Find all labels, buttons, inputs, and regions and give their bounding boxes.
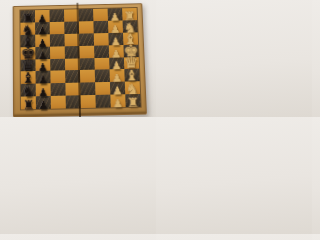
square-r5-c7[interactable]: ♝	[124, 69, 139, 82]
folding-chess-board: ♜♟♟♜♞♟♟♞♝♟♟♝♚♟♟♚♛♟♟♛♝♟♟♝♞♟♟♞♜♟♟♜	[13, 3, 147, 117]
piece-black-pawn[interactable]: ♟	[38, 26, 48, 37]
square-r0-c4[interactable]	[79, 9, 94, 21]
square-r7-c5[interactable]	[95, 95, 110, 108]
piece-black-pawn[interactable]: ♟	[38, 62, 48, 73]
square-r0-c2[interactable]	[49, 10, 64, 22]
square-r0-c5[interactable]	[93, 9, 108, 21]
piece-black-pawn[interactable]: ♟	[38, 87, 48, 98]
photo-scene: ♜♟♟♜♞♟♟♞♝♟♟♝♚♟♟♚♛♟♟♛♝♟♟♝♞♟♟♞♜♟♟♜ Overhea…	[0, 0, 156, 117]
piece-white-rook[interactable]: ♜	[127, 96, 139, 109]
square-r6-c4[interactable]	[80, 82, 95, 95]
board-frame: ♜♟♟♜♞♟♟♞♝♟♟♝♚♟♟♚♛♟♟♛♝♟♟♝♞♟♟♞♜♟♟♜	[13, 3, 147, 117]
piece-white-pawn[interactable]: ♟	[111, 48, 121, 59]
square-r2-c5[interactable]	[94, 33, 109, 46]
square-r7-c4[interactable]	[81, 95, 96, 108]
piece-black-pawn[interactable]: ♟	[38, 50, 48, 61]
piece-white-pawn[interactable]: ♟	[112, 61, 122, 72]
square-r7-c0[interactable]: ♜	[21, 96, 36, 109]
square-r0-c7[interactable]: ♜	[122, 8, 137, 20]
square-r3-c5[interactable]	[94, 45, 109, 58]
piece-white-pawn[interactable]: ♟	[110, 12, 120, 23]
square-r5-c4[interactable]	[80, 70, 95, 83]
square-r4-c5[interactable]	[94, 57, 109, 70]
square-r6-c5[interactable]	[95, 82, 110, 95]
square-r1-c5[interactable]	[93, 21, 108, 33]
piece-white-pawn[interactable]: ♟	[113, 98, 123, 109]
square-r1-c4[interactable]	[79, 21, 94, 33]
square-r6-c7[interactable]: ♞	[125, 81, 140, 94]
piece-white-pawn[interactable]: ♟	[112, 73, 122, 84]
square-r1-c2[interactable]	[50, 22, 65, 34]
square-r6-c2[interactable]	[51, 83, 66, 96]
square-r3-c4[interactable]	[79, 45, 94, 58]
piece-black-pawn[interactable]: ♟	[38, 100, 48, 111]
square-r7-c2[interactable]	[51, 96, 66, 109]
square-r4-c2[interactable]	[50, 58, 65, 71]
piece-black-pawn[interactable]: ♟	[38, 38, 48, 49]
square-r4-c4[interactable]	[80, 58, 95, 71]
square-r0-c1[interactable]: ♟	[35, 10, 50, 22]
square-r2-c2[interactable]	[50, 34, 65, 47]
square-r0-c0[interactable]: ♜	[20, 10, 35, 22]
square-r2-c4[interactable]	[79, 33, 94, 46]
piece-white-pawn[interactable]: ♟	[111, 24, 121, 35]
square-r0-c6[interactable]: ♟	[108, 8, 123, 20]
square-r5-c0[interactable]: ♝	[21, 71, 36, 84]
piece-black-rook[interactable]: ♜	[23, 98, 35, 111]
square-r7-c7[interactable]: ♜	[125, 94, 140, 107]
square-r3-c2[interactable]	[50, 46, 65, 59]
square-r6-c0[interactable]: ♞	[21, 84, 36, 97]
piece-white-pawn[interactable]: ♟	[113, 86, 123, 97]
piece-white-pawn[interactable]: ♟	[111, 36, 121, 47]
piece-black-pawn[interactable]: ♟	[38, 75, 48, 86]
square-r5-c5[interactable]	[95, 70, 110, 83]
piece-black-pawn[interactable]: ♟	[37, 14, 47, 25]
square-r5-c2[interactable]	[50, 71, 65, 84]
